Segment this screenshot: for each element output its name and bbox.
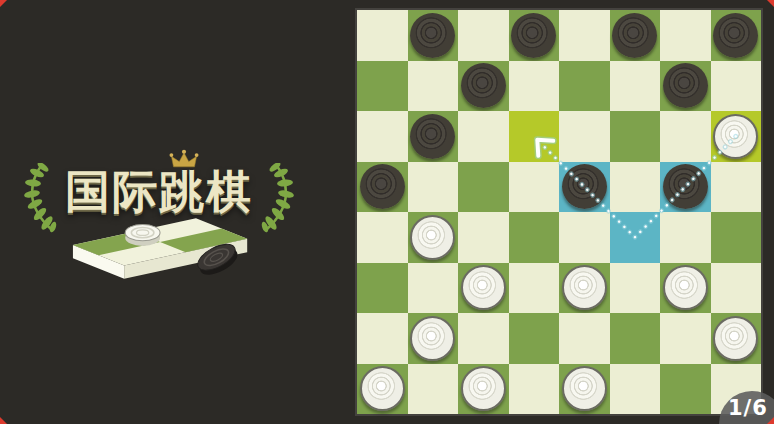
cell-7-4[interactable] <box>559 364 610 415</box>
cell-3-5[interactable] <box>610 162 661 213</box>
black-checker[interactable] <box>562 164 607 209</box>
cell-6-7[interactable] <box>711 313 762 364</box>
white-checker[interactable] <box>410 316 455 361</box>
corner-marker-bottom-right <box>767 417 774 424</box>
board-grid <box>357 10 761 414</box>
cell-5-1[interactable] <box>408 263 459 314</box>
cell-1-6[interactable] <box>660 61 711 112</box>
cell-1-2[interactable] <box>458 61 509 112</box>
corner-marker-bottom-left <box>0 417 7 424</box>
cell-5-6[interactable] <box>660 263 711 314</box>
cell-4-4[interactable] <box>559 212 610 263</box>
black-checker[interactable] <box>360 164 405 209</box>
corner-marker-top-left <box>0 0 7 7</box>
black-checker[interactable] <box>663 164 708 209</box>
cell-0-3[interactable] <box>509 10 560 61</box>
cell-3-7[interactable] <box>711 162 762 213</box>
white-checker[interactable] <box>713 114 758 159</box>
cell-1-5[interactable] <box>610 61 661 112</box>
page-indicator-text: 1/6 <box>728 396 768 420</box>
white-checker[interactable] <box>663 265 708 310</box>
cell-3-6[interactable] <box>660 162 711 213</box>
cell-0-4[interactable] <box>559 10 610 61</box>
cell-7-6[interactable] <box>660 364 711 415</box>
cell-6-5[interactable] <box>610 313 661 364</box>
cell-1-4[interactable] <box>559 61 610 112</box>
cell-6-6[interactable] <box>660 313 711 364</box>
cell-7-2[interactable] <box>458 364 509 415</box>
black-checker[interactable] <box>663 63 708 108</box>
cell-2-6[interactable] <box>660 111 711 162</box>
cell-4-3[interactable] <box>509 212 560 263</box>
cell-0-7[interactable] <box>711 10 762 61</box>
white-checker[interactable] <box>461 265 506 310</box>
white-checker[interactable] <box>461 366 506 411</box>
cell-3-4[interactable] <box>559 162 610 213</box>
cell-1-1[interactable] <box>408 61 459 112</box>
app-window: 国际跳棋 1/6 <box>0 0 774 424</box>
cell-5-7[interactable] <box>711 263 762 314</box>
cell-2-2[interactable] <box>458 111 509 162</box>
cell-0-6[interactable] <box>660 10 711 61</box>
cell-7-3[interactable] <box>509 364 560 415</box>
cell-2-5[interactable] <box>610 111 661 162</box>
cell-4-1[interactable] <box>408 212 459 263</box>
cell-4-5[interactable] <box>610 212 661 263</box>
checkers-board <box>355 8 763 416</box>
black-checker[interactable] <box>410 13 455 58</box>
cell-6-4[interactable] <box>559 313 610 364</box>
cell-4-2[interactable] <box>458 212 509 263</box>
cell-5-3[interactable] <box>509 263 560 314</box>
cell-2-7[interactable] <box>711 111 762 162</box>
cell-0-2[interactable] <box>458 10 509 61</box>
white-checker[interactable] <box>410 215 455 260</box>
black-checker[interactable] <box>461 63 506 108</box>
cell-1-3[interactable] <box>509 61 560 112</box>
cell-0-1[interactable] <box>408 10 459 61</box>
black-checker[interactable] <box>410 114 455 159</box>
white-checker[interactable] <box>360 366 405 411</box>
cell-2-0[interactable] <box>357 111 408 162</box>
white-checker[interactable] <box>713 316 758 361</box>
cell-1-0[interactable] <box>357 61 408 112</box>
cell-0-0[interactable] <box>357 10 408 61</box>
laurel-right-icon <box>260 163 302 233</box>
white-checker[interactable] <box>562 366 607 411</box>
checkers-illustration-icon <box>60 206 256 288</box>
cell-6-3[interactable] <box>509 313 560 364</box>
cell-6-2[interactable] <box>458 313 509 364</box>
corner-marker-top-right <box>767 0 774 7</box>
black-checker[interactable] <box>713 13 758 58</box>
cell-7-1[interactable] <box>408 364 459 415</box>
cell-3-3[interactable] <box>509 162 560 213</box>
cell-7-0[interactable] <box>357 364 408 415</box>
black-checker[interactable] <box>511 13 556 58</box>
cell-6-0[interactable] <box>357 313 408 364</box>
cell-2-1[interactable] <box>408 111 459 162</box>
cell-5-2[interactable] <box>458 263 509 314</box>
cell-1-7[interactable] <box>711 61 762 112</box>
black-checker[interactable] <box>612 13 657 58</box>
cell-3-2[interactable] <box>458 162 509 213</box>
cell-2-3[interactable] <box>509 111 560 162</box>
cell-2-4[interactable] <box>559 111 610 162</box>
cell-5-0[interactable] <box>357 263 408 314</box>
white-checker[interactable] <box>562 265 607 310</box>
cell-5-5[interactable] <box>610 263 661 314</box>
cell-5-4[interactable] <box>559 263 610 314</box>
cell-6-1[interactable] <box>408 313 459 364</box>
cell-4-0[interactable] <box>357 212 408 263</box>
cell-7-5[interactable] <box>610 364 661 415</box>
cell-4-6[interactable] <box>660 212 711 263</box>
cell-3-1[interactable] <box>408 162 459 213</box>
title-panel: 国际跳棋 <box>0 0 357 424</box>
page-indicator-badge: 1/6 <box>719 391 774 424</box>
cell-0-5[interactable] <box>610 10 661 61</box>
cell-4-7[interactable] <box>711 212 762 263</box>
cell-3-0[interactable] <box>357 162 408 213</box>
